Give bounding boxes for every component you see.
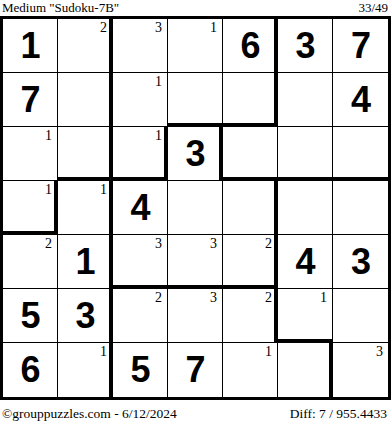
- page-indicator: 33/49: [358, 1, 388, 15]
- cell-r1c3[interactable]: 3: [113, 19, 168, 73]
- given-digit: 6: [240, 28, 259, 64]
- cell-r5c1[interactable]: 2: [3, 235, 58, 289]
- cell-r4c5[interactable]: [223, 181, 278, 235]
- cell-r2c7[interactable]: 4: [333, 73, 388, 127]
- given-digit: 7: [185, 352, 204, 388]
- cell-r7c5[interactable]: 1: [223, 343, 278, 397]
- cell-r4c2[interactable]: 1: [58, 181, 113, 235]
- cell-r3c4[interactable]: 3: [168, 127, 223, 181]
- cell-r2c1[interactable]: 7: [3, 73, 58, 127]
- cell-r4c3[interactable]: 4: [113, 181, 168, 235]
- cell-r6c2[interactable]: 3: [58, 289, 113, 343]
- puzzle-title: Medium "Sudoku-7B": [2, 1, 119, 15]
- cell-r6c7[interactable]: [333, 289, 388, 343]
- cell-r6c4[interactable]: 3: [168, 289, 223, 343]
- difficulty-rating: Diff: 7 / 955.4433: [290, 406, 387, 421]
- cell-r7c3[interactable]: 5: [113, 343, 168, 397]
- given-digit: 1: [20, 28, 39, 64]
- cell-r6c5[interactable]: 2: [223, 289, 278, 343]
- cell-r1c5[interactable]: 6: [223, 19, 278, 73]
- cell-r2c3[interactable]: 1: [113, 73, 168, 127]
- pencil-mark: 1: [45, 182, 52, 197]
- given-digit: 4: [351, 82, 370, 118]
- cell-r7c4[interactable]: 7: [168, 343, 223, 397]
- cell-r4c7[interactable]: [333, 181, 388, 235]
- given-digit: 6: [20, 352, 39, 388]
- cell-r5c3[interactable]: 3: [113, 235, 168, 289]
- cell-r3c5[interactable]: [223, 127, 278, 181]
- pencil-mark: 1: [320, 290, 327, 305]
- cell-r3c6[interactable]: [278, 127, 333, 181]
- pencil-mark: 3: [210, 290, 217, 305]
- pencil-mark: 2: [100, 20, 107, 35]
- cell-r5c6[interactable]: 4: [278, 235, 333, 289]
- cell-r5c4[interactable]: 3: [168, 235, 223, 289]
- cell-r3c3[interactable]: 1: [113, 127, 168, 181]
- cell-r2c6[interactable]: [278, 73, 333, 127]
- cell-r5c5[interactable]: 2: [223, 235, 278, 289]
- cell-r3c7[interactable]: [333, 127, 388, 181]
- pencil-mark: 2: [155, 290, 162, 305]
- pencil-mark: 3: [155, 20, 162, 35]
- pencil-mark: 1: [155, 128, 162, 143]
- cell-r7c7[interactable]: 3: [333, 343, 388, 397]
- cell-r5c7[interactable]: 3: [333, 235, 388, 289]
- pencil-mark: 1: [45, 128, 52, 143]
- cell-r1c1[interactable]: 1: [3, 19, 58, 73]
- pencil-mark: 1: [100, 344, 107, 359]
- cell-r6c3[interactable]: 2: [113, 289, 168, 343]
- given-digit: 7: [20, 82, 39, 118]
- cell-r4c6[interactable]: [278, 181, 333, 235]
- pencil-mark: 1: [265, 344, 272, 359]
- given-digit: 3: [75, 298, 94, 334]
- given-digit: 5: [20, 298, 39, 334]
- given-digit: 1: [75, 244, 94, 280]
- given-digit: 3: [185, 136, 204, 172]
- given-digit: 3: [351, 244, 370, 280]
- cell-r1c4[interactable]: 1: [168, 19, 223, 73]
- cell-r7c1[interactable]: 6: [3, 343, 58, 397]
- cell-r1c7[interactable]: 7: [333, 19, 388, 73]
- cell-r1c2[interactable]: 2: [58, 19, 113, 73]
- given-digit: 7: [351, 28, 370, 64]
- pencil-mark: 1: [155, 74, 162, 89]
- given-digit: 3: [295, 28, 314, 64]
- pencil-mark: 1: [210, 20, 217, 35]
- cell-r2c2[interactable]: [58, 73, 113, 127]
- pencil-mark: 3: [155, 236, 162, 251]
- cell-r7c6[interactable]: [278, 343, 333, 397]
- cell-r5c2[interactable]: 1: [58, 235, 113, 289]
- given-digit: 4: [130, 190, 149, 226]
- pencil-mark: 3: [210, 236, 217, 251]
- page-footer: ©grouppuzzles.com - 6/12/2024 Diff: 7 / …: [0, 400, 391, 421]
- pencil-mark: 2: [265, 236, 272, 251]
- cell-r4c4[interactable]: [168, 181, 223, 235]
- page-header: Medium "Sudoku-7B" 33/49: [0, 0, 391, 16]
- cell-r3c1[interactable]: 1: [3, 127, 58, 181]
- pencil-mark: 2: [45, 236, 52, 251]
- pencil-mark: 1: [100, 182, 107, 197]
- cell-r6c6[interactable]: 1: [278, 289, 333, 343]
- pencil-mark: 3: [376, 344, 383, 359]
- sudoku-board: 12316377141131142133243532321615713: [0, 16, 391, 400]
- cell-r6c1[interactable]: 5: [3, 289, 58, 343]
- cell-r3c2[interactable]: [58, 127, 113, 181]
- cell-r2c4[interactable]: [168, 73, 223, 127]
- given-digit: 4: [295, 244, 314, 280]
- cell-r1c6[interactable]: 3: [278, 19, 333, 73]
- given-digit: 5: [130, 352, 149, 388]
- cell-r4c1[interactable]: 1: [3, 181, 58, 235]
- cell-r2c5[interactable]: [223, 73, 278, 127]
- copyright-date: ©grouppuzzles.com - 6/12/2024: [2, 406, 177, 421]
- cell-r7c2[interactable]: 1: [58, 343, 113, 397]
- pencil-mark: 2: [265, 290, 272, 305]
